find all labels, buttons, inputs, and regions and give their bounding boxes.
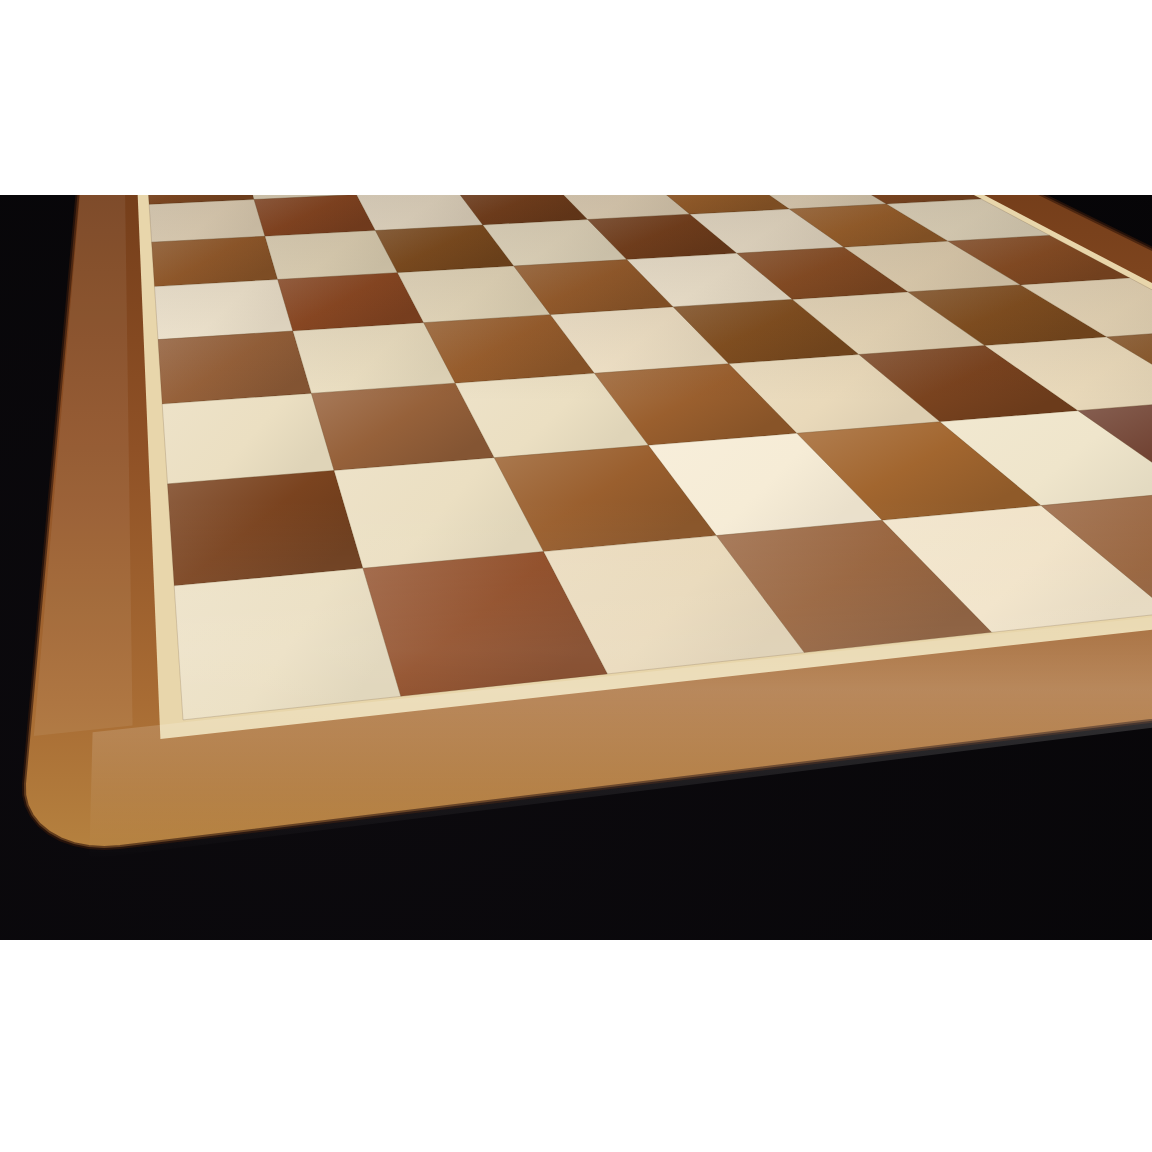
photo-area bbox=[0, 123, 1152, 940]
chessboard-product-photo bbox=[0, 0, 1152, 1152]
scene-svg bbox=[0, 0, 1152, 1152]
